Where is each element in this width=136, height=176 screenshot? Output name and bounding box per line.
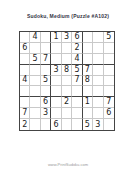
cell-r8c7-empty [83,108,93,119]
cell-r3c9-empty [104,54,114,65]
sudoku-print-page: Sudoku, Medium (Puzzle #A102) 4136562574… [0,0,136,176]
cell-r2c7-empty [83,43,93,54]
cell-r9c7-given-5: 5 [83,119,93,130]
sudoku-board: 41365625743857457862177362653 [19,31,115,131]
cell-r2c8-empty [93,43,103,54]
cell-r7c5-given-2: 2 [62,97,72,108]
cell-r5c1-given-4: 4 [20,76,30,87]
cell-r6c3-empty [41,86,51,97]
cell-r1c8-empty [93,32,103,43]
cell-r7c9-given-7: 7 [104,97,114,108]
cell-r9c9-empty [104,119,114,130]
cell-r2c2-empty [30,43,40,54]
cell-r2c6-given-2: 2 [72,43,82,54]
cell-r9c6-empty [72,119,82,130]
cell-r2c3-empty [41,43,51,54]
cell-r5c7-given-8: 8 [83,76,93,87]
cell-r9c3-empty [41,119,51,130]
cell-r3c5-empty [62,54,72,65]
cell-r6c9-empty [104,86,114,97]
cell-r4c4-given-3: 3 [51,65,61,76]
cell-r8c2-empty [30,108,40,119]
cell-r7c8-empty [93,97,103,108]
cell-r3c1-empty [20,54,30,65]
cell-r8c6-empty [72,108,82,119]
cell-r4c6-given-5: 5 [72,65,82,76]
cell-r1c2-given-4: 4 [30,32,40,43]
cell-r1c4-given-1: 1 [51,32,61,43]
cell-r3c8-empty [93,54,103,65]
cell-r5c3-given-5: 5 [41,76,51,87]
cell-r8c4-empty [51,108,61,119]
cell-r7c1-empty [20,97,30,108]
cell-r6c6-empty [72,86,82,97]
cell-r1c9-given-5: 5 [104,32,114,43]
cell-r5c6-given-7: 7 [72,76,82,87]
cell-r1c7-empty [83,32,93,43]
cell-r7c7-given-1: 1 [83,97,93,108]
cell-r6c7-empty [83,86,93,97]
cell-r5c9-empty [104,76,114,87]
cell-r5c8-empty [93,76,103,87]
cell-r3c6-given-4: 4 [72,54,82,65]
cell-r5c2-empty [30,76,40,87]
cell-r4c9-empty [104,65,114,76]
cell-r8c9-given-6: 6 [104,108,114,119]
cell-r7c6-empty [72,97,82,108]
cell-r4c7-given-7: 7 [83,65,93,76]
cell-r6c1-empty [20,86,30,97]
cell-r2c9-empty [104,43,114,54]
cell-r9c8-given-3: 3 [93,119,103,130]
cell-r6c4-empty [51,86,61,97]
cell-r4c5-given-8: 8 [62,65,72,76]
cell-r8c1-given-7: 7 [20,108,30,119]
cell-r4c1-empty [20,65,30,76]
cell-r1c6-given-6: 6 [72,32,82,43]
cell-r4c2-empty [30,65,40,76]
cell-r5c4-empty [51,76,61,87]
cell-r3c2-given-5: 5 [30,54,40,65]
cell-r8c8-empty [93,108,103,119]
cell-r1c1-empty [20,32,30,43]
footer-url: www.PrintSudoku.com [0,162,136,167]
puzzle-title: Sudoku, Medium (Puzzle #A102) [0,13,136,19]
cell-r3c4-empty [51,54,61,65]
cell-r6c8-empty [93,86,103,97]
cell-r2c5-empty [62,43,72,54]
cell-r6c2-empty [30,86,40,97]
cell-r7c2-empty [30,97,40,108]
cell-r3c3-given-7: 7 [41,54,51,65]
cell-r5c5-empty [62,76,72,87]
cell-r1c5-given-3: 3 [62,32,72,43]
cell-r6c5-empty [62,86,72,97]
cell-r4c8-empty [93,65,103,76]
cell-r4c3-empty [41,65,51,76]
cell-r2c1-given-6: 6 [20,43,30,54]
cell-r3c7-empty [83,54,93,65]
cell-r7c4-empty [51,97,61,108]
cell-r7c3-given-6: 6 [41,97,51,108]
cell-r9c2-empty [30,119,40,130]
cell-r9c5-empty [62,119,72,130]
cell-r1c3-empty [41,32,51,43]
cell-r8c3-given-3: 3 [41,108,51,119]
cell-r9c1-given-2: 2 [20,119,30,130]
cell-r9c4-given-6: 6 [51,119,61,130]
cell-r8c5-empty [62,108,72,119]
cell-r2c4-empty [51,43,61,54]
